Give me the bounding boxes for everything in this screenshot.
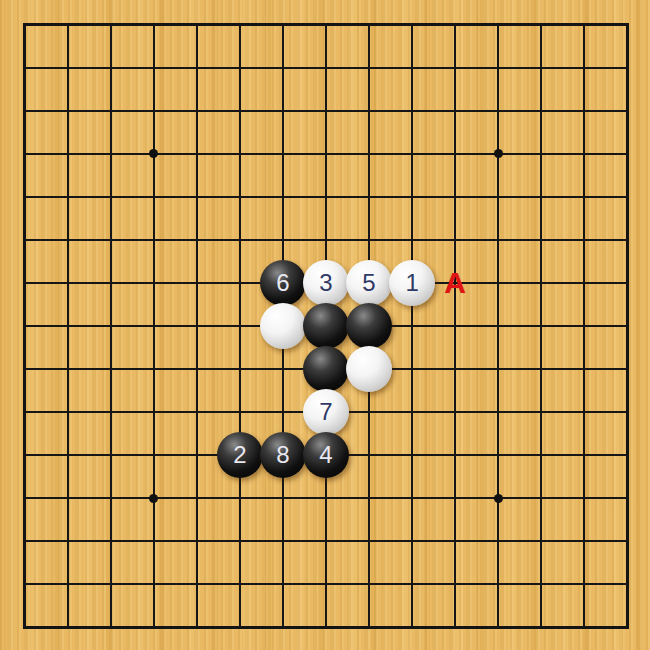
grid-line-horizontal xyxy=(25,540,628,542)
stone-move-number: 3 xyxy=(319,271,332,295)
stone-black[interactable] xyxy=(303,346,349,392)
grid-line-vertical xyxy=(497,25,499,628)
hoshi-point xyxy=(494,149,503,158)
stone-black[interactable]: 4 xyxy=(303,432,349,478)
stone-black[interactable]: 2 xyxy=(217,432,263,478)
hoshi-point xyxy=(494,494,503,503)
grid-line-horizontal xyxy=(25,497,628,499)
stone-move-number: 2 xyxy=(233,443,246,467)
stone-black[interactable] xyxy=(346,303,392,349)
stone-white[interactable] xyxy=(346,346,392,392)
stone-move-number: 1 xyxy=(405,271,418,295)
stone-white[interactable]: 3 xyxy=(303,260,349,306)
grid-line-vertical xyxy=(454,25,456,628)
grid-line-vertical xyxy=(583,25,585,628)
stone-move-number: 4 xyxy=(319,443,332,467)
stone-move-number: 8 xyxy=(276,443,289,467)
stone-white[interactable]: 5 xyxy=(346,260,392,306)
stone-black[interactable]: 8 xyxy=(260,432,306,478)
stone-white[interactable] xyxy=(260,303,306,349)
go-board[interactable]: 63517284A xyxy=(0,0,650,650)
grid-line-vertical xyxy=(540,25,542,628)
hoshi-point xyxy=(149,494,158,503)
grid-line-horizontal xyxy=(25,583,628,585)
point-marker-a[interactable]: A xyxy=(444,268,466,298)
stone-move-number: 6 xyxy=(276,271,289,295)
grid-line-vertical xyxy=(411,25,413,628)
stone-white[interactable]: 1 xyxy=(389,260,435,306)
stone-black[interactable]: 6 xyxy=(260,260,306,306)
stone-white[interactable]: 7 xyxy=(303,389,349,435)
stone-move-number: 7 xyxy=(319,400,332,424)
stone-move-number: 5 xyxy=(362,271,375,295)
stone-black[interactable] xyxy=(303,303,349,349)
